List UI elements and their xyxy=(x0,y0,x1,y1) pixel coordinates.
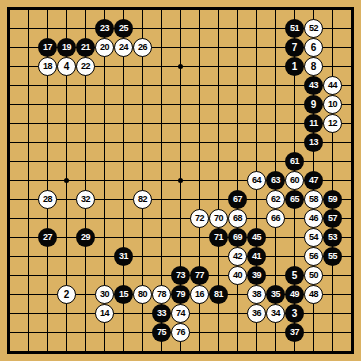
stone-black-53: 53 xyxy=(323,228,342,247)
stone-white-62: 62 xyxy=(266,190,285,209)
stone-black-45: 45 xyxy=(247,228,266,247)
stone-black-55: 55 xyxy=(323,247,342,266)
stone-white-42: 42 xyxy=(228,247,247,266)
stone-white-60: 60 xyxy=(285,171,304,190)
stone-white-66: 66 xyxy=(266,209,285,228)
stone-black-69: 69 xyxy=(228,228,247,247)
stone-black-33: 33 xyxy=(152,304,171,323)
stone-white-54: 54 xyxy=(304,228,323,247)
stone-white-12: 12 xyxy=(323,114,342,133)
star-point xyxy=(64,178,69,183)
stone-white-52: 52 xyxy=(304,19,323,38)
stone-white-56: 56 xyxy=(304,247,323,266)
stone-black-21: 21 xyxy=(76,38,95,57)
stone-black-35: 35 xyxy=(266,285,285,304)
stone-white-46: 46 xyxy=(304,209,323,228)
stone-white-32: 32 xyxy=(76,190,95,209)
stone-black-37: 37 xyxy=(285,323,304,342)
stone-white-24: 24 xyxy=(114,38,133,57)
stone-black-51: 51 xyxy=(285,19,304,38)
stone-white-28: 28 xyxy=(38,190,57,209)
stone-white-70: 70 xyxy=(209,209,228,228)
stone-black-27: 27 xyxy=(38,228,57,247)
stone-white-72: 72 xyxy=(190,209,209,228)
stone-white-68: 68 xyxy=(228,209,247,228)
stone-white-4: 4 xyxy=(57,57,76,76)
stone-black-49: 49 xyxy=(285,285,304,304)
stone-white-14: 14 xyxy=(95,304,114,323)
stone-black-25: 25 xyxy=(114,19,133,38)
stone-black-63: 63 xyxy=(266,171,285,190)
star-point xyxy=(178,178,183,183)
stone-black-39: 39 xyxy=(247,266,266,285)
stone-white-18: 18 xyxy=(38,57,57,76)
stone-white-58: 58 xyxy=(304,190,323,209)
stone-black-41: 41 xyxy=(247,247,266,266)
stone-black-57: 57 xyxy=(323,209,342,228)
stone-white-82: 82 xyxy=(133,190,152,209)
stone-black-11: 11 xyxy=(304,114,323,133)
stone-white-2: 2 xyxy=(57,285,76,304)
stone-white-8: 8 xyxy=(304,57,323,76)
stone-white-30: 30 xyxy=(95,285,114,304)
stone-black-79: 79 xyxy=(171,285,190,304)
star-point xyxy=(178,64,183,69)
stone-black-75: 75 xyxy=(152,323,171,342)
stone-black-73: 73 xyxy=(171,266,190,285)
stone-black-15: 15 xyxy=(114,285,133,304)
stone-white-64: 64 xyxy=(247,171,266,190)
stone-white-48: 48 xyxy=(304,285,323,304)
stone-black-71: 71 xyxy=(209,228,228,247)
stone-black-47: 47 xyxy=(304,171,323,190)
stone-black-67: 67 xyxy=(228,190,247,209)
stone-black-43: 43 xyxy=(304,76,323,95)
stone-black-1: 1 xyxy=(285,57,304,76)
stone-black-13: 13 xyxy=(304,133,323,152)
stone-black-31: 31 xyxy=(114,247,133,266)
stone-white-26: 26 xyxy=(133,38,152,57)
stone-white-44: 44 xyxy=(323,76,342,95)
stone-black-3: 3 xyxy=(285,304,304,323)
stone-white-10: 10 xyxy=(323,95,342,114)
stone-black-17: 17 xyxy=(38,38,57,57)
stone-black-9: 9 xyxy=(304,95,323,114)
stone-white-22: 22 xyxy=(76,57,95,76)
stone-black-65: 65 xyxy=(285,190,304,209)
stone-white-34: 34 xyxy=(266,304,285,323)
stone-black-7: 7 xyxy=(285,38,304,57)
stone-white-16: 16 xyxy=(190,285,209,304)
stone-white-78: 78 xyxy=(152,285,171,304)
stone-white-74: 74 xyxy=(171,304,190,323)
stone-white-50: 50 xyxy=(304,266,323,285)
stone-white-38: 38 xyxy=(247,285,266,304)
stone-black-5: 5 xyxy=(285,266,304,285)
stone-white-20: 20 xyxy=(95,38,114,57)
stone-black-77: 77 xyxy=(190,266,209,285)
stone-white-80: 80 xyxy=(133,285,152,304)
stone-white-40: 40 xyxy=(228,266,247,285)
stone-white-6: 6 xyxy=(304,38,323,57)
stone-black-23: 23 xyxy=(95,19,114,38)
stone-white-76: 76 xyxy=(171,323,190,342)
stone-black-81: 81 xyxy=(209,285,228,304)
go-board: 1234567891011121314151617181920212223242… xyxy=(0,0,361,361)
stone-black-19: 19 xyxy=(57,38,76,57)
stone-black-59: 59 xyxy=(323,190,342,209)
stone-black-61: 61 xyxy=(285,152,304,171)
stone-black-29: 29 xyxy=(76,228,95,247)
stone-white-36: 36 xyxy=(247,304,266,323)
